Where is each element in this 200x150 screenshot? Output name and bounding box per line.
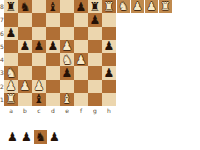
square-g1[interactable]: [88, 93, 102, 106]
spare-black-knight[interactable]: ♞: [34, 130, 47, 144]
chess-board: ♜♞♝♟♜♜♟♟♟♟♟♟♟♞♟♞♟♟♟♟♟♜♝♝: [4, 0, 116, 106]
spare-black-pawn[interactable]: ♟: [20, 130, 33, 144]
square-f8[interactable]: ♟: [74, 0, 88, 13]
black-spare-piece-tray: ♟♟♞♟: [6, 130, 61, 144]
file-label-h: h: [102, 107, 116, 115]
square-h5[interactable]: ♟: [102, 40, 116, 53]
chess-app-stage: 87654321 ♜♞♝♟♜♜♟♟♟♟♟♟♟♞♟♞♟♟♟♟♟♜♝♝ abcdef…: [0, 0, 200, 150]
square-e6[interactable]: [60, 27, 74, 40]
square-c2[interactable]: ♟: [32, 80, 46, 93]
square-d6[interactable]: [46, 27, 60, 40]
black-pawn-piece[interactable]: ♟: [48, 40, 59, 52]
black-pawn-piece[interactable]: ♟: [7, 131, 18, 143]
square-e8[interactable]: [60, 0, 74, 13]
black-pawn-piece[interactable]: ♟: [49, 131, 60, 143]
spare-black-pawn[interactable]: ♟: [6, 130, 19, 144]
square-h4[interactable]: [102, 53, 116, 66]
square-d8[interactable]: ♝: [46, 0, 60, 13]
black-knight-piece[interactable]: ♞: [35, 131, 46, 143]
black-pawn-piece[interactable]: ♟: [62, 67, 73, 79]
square-c8[interactable]: [32, 0, 46, 13]
white-knight-piece[interactable]: ♞: [119, 1, 129, 12]
black-pawn-piece[interactable]: ♟: [34, 40, 45, 52]
square-g3[interactable]: [88, 66, 102, 79]
square-g4[interactable]: [88, 53, 102, 66]
square-a3[interactable]: ♞: [4, 66, 18, 79]
square-e3[interactable]: ♟: [60, 66, 74, 79]
white-pawn-piece[interactable]: ♟: [62, 40, 73, 52]
square-g5[interactable]: [88, 40, 102, 53]
square-h6[interactable]: [102, 27, 116, 40]
black-knight-piece[interactable]: ♞: [20, 1, 31, 13]
white-pawn-piece[interactable]: ♟: [6, 80, 17, 92]
square-f6[interactable]: [74, 27, 88, 40]
square-b1[interactable]: [18, 93, 32, 106]
square-a7[interactable]: [4, 13, 18, 26]
spare-white-knight[interactable]: ♞: [117, 0, 130, 13]
white-pawn-piece[interactable]: ♟: [34, 80, 45, 92]
square-a2[interactable]: ♟: [4, 80, 18, 93]
black-bishop-piece[interactable]: ♝: [48, 1, 59, 13]
square-g6[interactable]: [88, 27, 102, 40]
black-pawn-piece[interactable]: ♟: [20, 40, 31, 52]
black-rook-piece[interactable]: ♜: [6, 1, 17, 13]
black-rook-piece[interactable]: ♜: [90, 1, 101, 13]
square-f3[interactable]: [74, 66, 88, 79]
square-f2[interactable]: [74, 80, 88, 93]
white-rook-piece[interactable]: ♜: [104, 1, 115, 13]
square-c5[interactable]: ♟: [32, 40, 46, 53]
square-h1[interactable]: [102, 93, 116, 106]
square-f4[interactable]: ♟: [74, 53, 88, 66]
spare-black-pawn[interactable]: ♟: [48, 130, 61, 144]
square-d4[interactable]: [46, 53, 60, 66]
square-a6[interactable]: ♟: [4, 27, 18, 40]
square-h8[interactable]: ♜: [102, 0, 116, 13]
square-e4[interactable]: ♞: [60, 53, 74, 66]
file-labels-row: abcdefgh: [4, 107, 116, 115]
square-b3[interactable]: [18, 66, 32, 79]
square-e1[interactable]: ♝: [60, 93, 74, 106]
white-knight-piece[interactable]: ♞: [6, 67, 17, 79]
white-pawn-piece[interactable]: ♟: [76, 54, 87, 66]
square-d7[interactable]: [46, 13, 60, 26]
file-label-g: g: [88, 107, 102, 115]
square-e7[interactable]: [60, 13, 74, 26]
file-label-d: d: [46, 107, 60, 115]
square-g7[interactable]: ♟: [88, 13, 102, 26]
square-f1[interactable]: [74, 93, 88, 106]
white-pawn-piece[interactable]: ♟: [147, 1, 157, 12]
square-d5[interactable]: ♟: [46, 40, 60, 53]
file-label-b: b: [18, 107, 32, 115]
square-c3[interactable]: [32, 66, 46, 79]
square-d1[interactable]: [46, 93, 60, 106]
black-pawn-piece[interactable]: ♟: [76, 1, 87, 13]
square-h3[interactable]: ♟: [102, 66, 116, 79]
square-a4[interactable]: [4, 53, 18, 66]
spare-white-pawn[interactable]: ♟: [131, 0, 144, 13]
square-f5[interactable]: [74, 40, 88, 53]
black-pawn-piece[interactable]: ♟: [104, 40, 115, 52]
white-pawn-piece[interactable]: ♟: [133, 1, 143, 12]
square-f7[interactable]: [74, 13, 88, 26]
square-a8[interactable]: ♜: [4, 0, 18, 13]
white-rook-piece[interactable]: ♜: [161, 1, 171, 12]
spare-white-pawn[interactable]: ♟: [145, 0, 158, 13]
spare-white-rook[interactable]: ♜: [159, 0, 172, 13]
white-bishop-piece[interactable]: ♝: [62, 93, 73, 105]
square-b4[interactable]: [18, 53, 32, 66]
white-pawn-piece[interactable]: ♟: [20, 80, 31, 92]
square-e2[interactable]: [60, 80, 74, 93]
square-b8[interactable]: ♞: [18, 0, 32, 13]
square-c4[interactable]: [32, 53, 46, 66]
square-c6[interactable]: [32, 27, 46, 40]
square-b6[interactable]: [18, 27, 32, 40]
black-pawn-piece[interactable]: ♟: [104, 67, 115, 79]
file-label-a: a: [4, 107, 18, 115]
white-knight-piece[interactable]: ♞: [62, 54, 73, 66]
square-h7[interactable]: [102, 13, 116, 26]
file-label-e: e: [60, 107, 74, 115]
square-d2[interactable]: [46, 80, 60, 93]
square-e5[interactable]: ♟: [60, 40, 74, 53]
square-b2[interactable]: ♟: [18, 80, 32, 93]
square-c7[interactable]: [32, 13, 46, 26]
white-rook-piece[interactable]: ♜: [6, 93, 17, 105]
square-d3[interactable]: [46, 66, 60, 79]
square-a1[interactable]: ♜: [4, 93, 18, 106]
file-label-c: c: [32, 107, 46, 115]
square-c1[interactable]: ♝: [32, 93, 46, 106]
square-h2[interactable]: [102, 80, 116, 93]
square-g2[interactable]: [88, 80, 102, 93]
square-b5[interactable]: ♟: [18, 40, 32, 53]
square-a5[interactable]: [4, 40, 18, 53]
square-g8[interactable]: ♜: [88, 0, 102, 13]
black-bishop-piece[interactable]: ♝: [34, 93, 45, 105]
black-pawn-piece[interactable]: ♟: [6, 27, 17, 39]
black-pawn-piece[interactable]: ♟: [90, 14, 101, 26]
file-label-f: f: [74, 107, 88, 115]
white-spare-piece-tray: ♞♟♟♜: [117, 0, 172, 13]
square-b7[interactable]: [18, 13, 32, 26]
black-pawn-piece[interactable]: ♟: [21, 131, 32, 143]
